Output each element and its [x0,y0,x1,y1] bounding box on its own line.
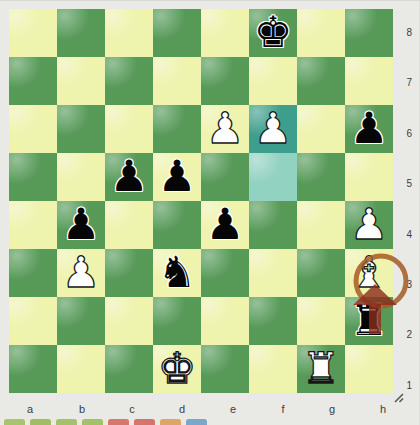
square-h1[interactable] [345,345,393,393]
rank-label-1: 1 [398,380,412,391]
rank-label-6: 6 [398,128,412,139]
white-king-d1[interactable]: ♚ [153,345,201,393]
square-c6[interactable] [105,105,153,153]
square-e7[interactable] [201,57,249,105]
square-h8[interactable] [345,9,393,57]
square-a8[interactable] [9,9,57,57]
file-label-f: f [281,403,284,415]
file-label-h: h [380,403,386,415]
file-label-g: g [329,403,335,415]
square-g6[interactable] [297,105,345,153]
square-h6[interactable]: ♟ [345,105,393,153]
square-e6[interactable]: ♟ [201,105,249,153]
file-label-b: b [79,403,85,415]
square-e5[interactable] [201,153,249,201]
square-d5[interactable]: ♟ [153,153,201,201]
black-pawn-b4[interactable]: ♟ [57,201,105,249]
square-h2[interactable]: ♜ [345,297,393,345]
square-e1[interactable] [201,345,249,393]
rank-label-4: 4 [398,229,412,240]
white-pawn-e6[interactable]: ♟ [201,105,249,153]
white-pawn-b3[interactable]: ♟ [57,249,105,297]
resize-handle-icon[interactable] [392,391,405,404]
white-rook-g1[interactable]: ♜ [297,345,345,393]
palette-swatch-6[interactable] [134,419,155,425]
square-d6[interactable] [153,105,201,153]
square-h7[interactable] [345,57,393,105]
square-h4[interactable]: ♟ [345,201,393,249]
square-g2[interactable] [297,297,345,345]
square-e8[interactable] [201,9,249,57]
square-c3[interactable] [105,249,153,297]
square-f2[interactable] [249,297,297,345]
black-king-f8[interactable]: ♚ [249,9,297,57]
rank-label-7: 7 [398,77,412,88]
palette-swatch-2[interactable] [30,419,51,425]
square-b2[interactable] [57,297,105,345]
square-d3[interactable]: ♞ [153,249,201,297]
square-h3[interactable]: ♝ [345,249,393,297]
square-f4[interactable] [249,201,297,249]
square-c8[interactable] [105,9,153,57]
file-label-a: a [27,403,33,415]
square-f7[interactable] [249,57,297,105]
rank-label-2: 2 [398,329,412,340]
palette-swatch-4[interactable] [82,419,103,425]
square-e3[interactable] [201,249,249,297]
square-b7[interactable] [57,57,105,105]
square-c7[interactable] [105,57,153,105]
black-rook-h2[interactable]: ♜ [345,297,393,345]
square-b5[interactable] [57,153,105,201]
black-pawn-c5[interactable]: ♟ [105,153,153,201]
chess-board: ♚♟♟♟♟♟♟♟♟♟♞♝♜♚♜ [9,9,393,393]
square-c2[interactable] [105,297,153,345]
square-c1[interactable] [105,345,153,393]
square-d1[interactable]: ♚ [153,345,201,393]
file-label-d: d [179,403,185,415]
square-g7[interactable] [297,57,345,105]
rank-label-5: 5 [398,178,412,189]
square-d2[interactable] [153,297,201,345]
palette-swatch-1[interactable] [4,419,25,425]
square-g1[interactable]: ♜ [297,345,345,393]
square-f1[interactable] [249,345,297,393]
square-a7[interactable] [9,57,57,105]
square-a2[interactable] [9,297,57,345]
black-knight-d3[interactable]: ♞ [153,249,201,297]
square-a3[interactable] [9,249,57,297]
square-a6[interactable] [9,105,57,153]
square-c4[interactable] [105,201,153,249]
white-bishop-h3[interactable]: ♝ [345,249,393,297]
square-f5[interactable] [249,153,297,201]
chess-analysis-page: { "game": "chess", "position": { "fen": … [0,0,420,425]
square-a4[interactable] [9,201,57,249]
square-d8[interactable] [153,9,201,57]
palette-swatch-8[interactable] [186,419,207,425]
white-pawn-f6[interactable]: ♟ [249,105,297,153]
square-b4[interactable]: ♟ [57,201,105,249]
square-c5[interactable]: ♟ [105,153,153,201]
square-d7[interactable] [153,57,201,105]
black-pawn-h6[interactable]: ♟ [345,105,393,153]
square-b6[interactable] [57,105,105,153]
rank-label-8: 8 [398,27,412,38]
file-label-c: c [129,403,135,415]
square-d4[interactable] [153,201,201,249]
square-e2[interactable] [201,297,249,345]
square-f8[interactable]: ♚ [249,9,297,57]
square-a1[interactable] [9,345,57,393]
black-pawn-d5[interactable]: ♟ [153,153,201,201]
square-g5[interactable] [297,153,345,201]
square-g4[interactable] [297,201,345,249]
square-f3[interactable] [249,249,297,297]
square-g3[interactable] [297,249,345,297]
square-f6[interactable]: ♟ [249,105,297,153]
square-b3[interactable]: ♟ [57,249,105,297]
square-a5[interactable] [9,153,57,201]
square-b1[interactable] [57,345,105,393]
square-e4[interactable]: ♟ [201,201,249,249]
palette-swatch-3[interactable] [56,419,77,425]
square-g8[interactable] [297,9,345,57]
palette-swatch-5[interactable] [108,419,129,425]
file-label-e: e [230,403,236,415]
black-pawn-e4[interactable]: ♟ [201,201,249,249]
square-h5[interactable] [345,153,393,201]
rank-label-3: 3 [398,279,412,290]
square-b8[interactable] [57,9,105,57]
white-pawn-h4[interactable]: ♟ [345,201,393,249]
palette-swatch-7[interactable] [160,419,181,425]
